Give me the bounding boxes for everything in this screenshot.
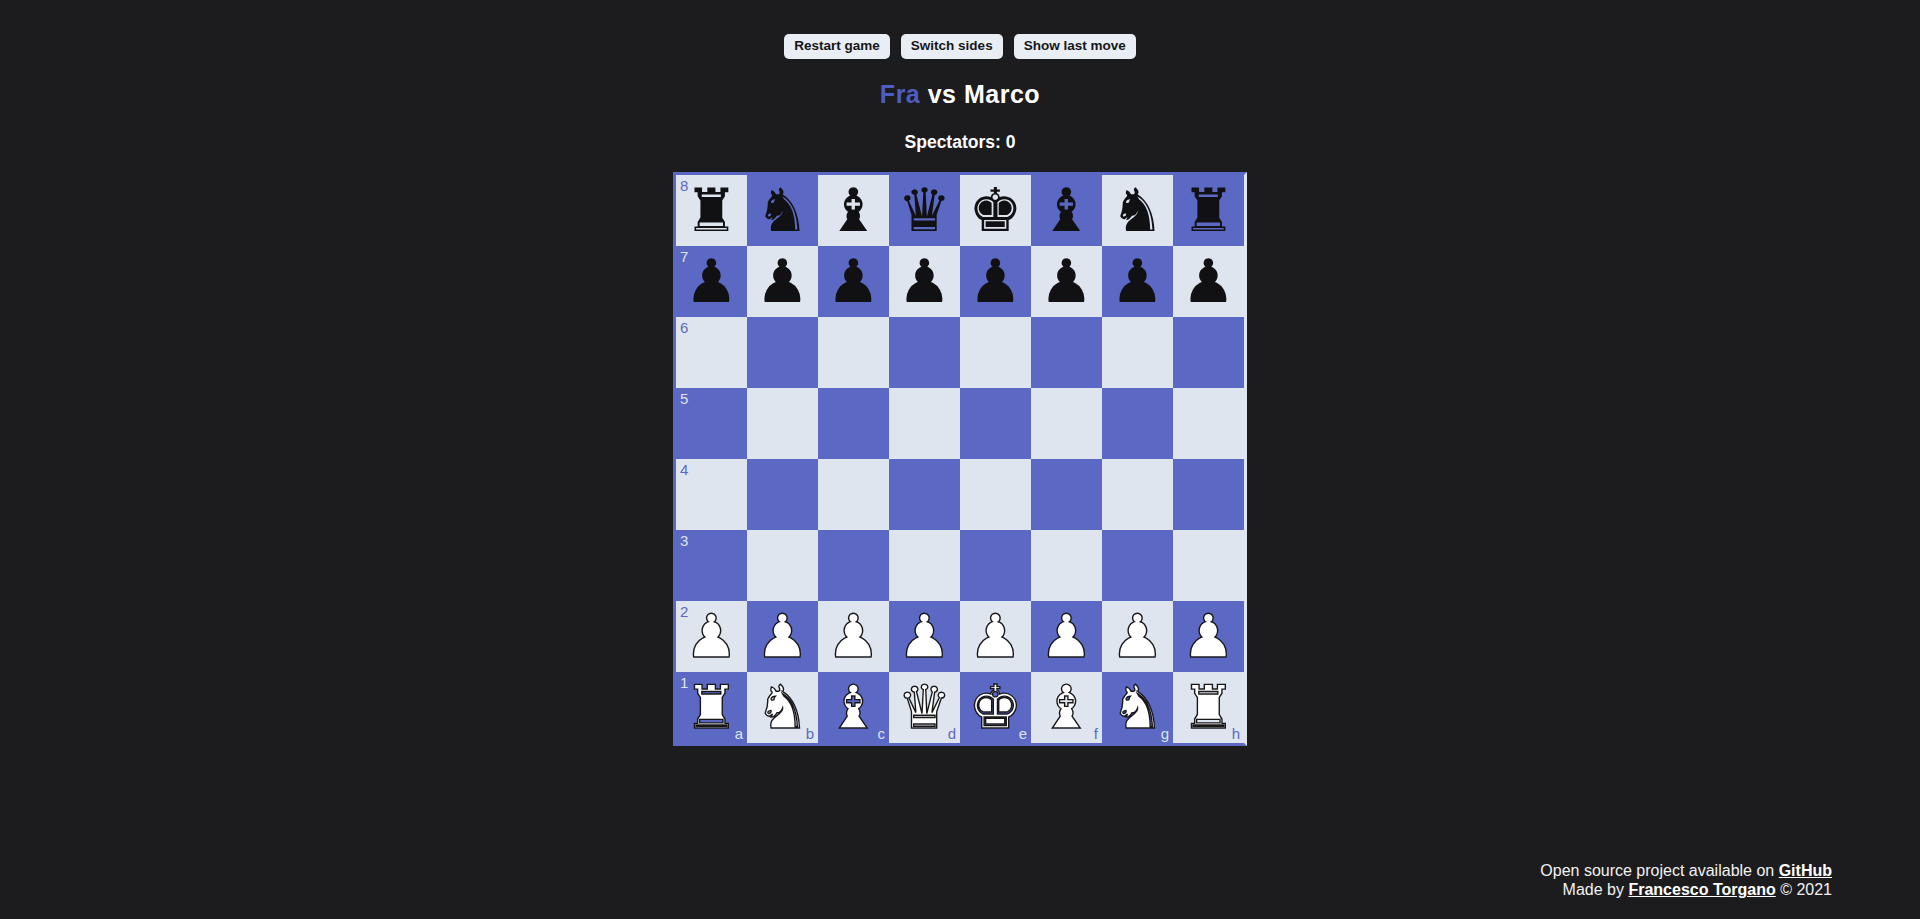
player1-name: Fra bbox=[880, 80, 920, 108]
square-h8[interactable]: ♜ bbox=[1173, 175, 1244, 246]
piece-white-bishop[interactable]: ♝ bbox=[1040, 677, 1094, 737]
game-title: Fra vs Marco bbox=[880, 80, 1040, 109]
square-d5[interactable] bbox=[889, 388, 960, 459]
piece-black-pawn[interactable]: ♟ bbox=[898, 251, 952, 311]
square-g6[interactable] bbox=[1102, 317, 1173, 388]
square-f4[interactable] bbox=[1031, 459, 1102, 530]
square-h6[interactable] bbox=[1173, 317, 1244, 388]
piece-black-rook[interactable]: ♜ bbox=[685, 180, 739, 240]
piece-white-pawn[interactable]: ♟ bbox=[1182, 606, 1236, 666]
square-h5[interactable] bbox=[1173, 388, 1244, 459]
footer-line-2: Made by Francesco Torgano © 2021 bbox=[1540, 880, 1832, 900]
spectators-label: Spectators: bbox=[905, 132, 1001, 152]
piece-black-rook[interactable]: ♜ bbox=[1182, 180, 1236, 240]
square-f3[interactable] bbox=[1031, 530, 1102, 601]
switch-sides-button[interactable]: Switch sides bbox=[901, 34, 1003, 59]
piece-white-pawn[interactable]: ♟ bbox=[969, 606, 1023, 666]
piece-black-king[interactable]: ♚ bbox=[969, 180, 1023, 240]
square-g5[interactable] bbox=[1102, 388, 1173, 459]
square-b8[interactable]: ♞ bbox=[747, 175, 818, 246]
rank-label-3: 3 bbox=[680, 533, 688, 548]
piece-black-pawn[interactable]: ♟ bbox=[685, 251, 739, 311]
square-g3[interactable] bbox=[1102, 530, 1173, 601]
rank-label-4: 4 bbox=[680, 462, 688, 477]
spectators-count: Spectators: 0 bbox=[905, 132, 1016, 153]
square-g1[interactable]: g♞ bbox=[1102, 672, 1173, 743]
square-g2[interactable]: ♟ bbox=[1102, 601, 1173, 672]
piece-white-king[interactable]: ♚ bbox=[969, 677, 1023, 737]
square-c2[interactable]: ♟ bbox=[818, 601, 889, 672]
piece-white-pawn[interactable]: ♟ bbox=[685, 606, 739, 666]
square-f7[interactable]: ♟ bbox=[1031, 246, 1102, 317]
square-b2[interactable]: ♟ bbox=[747, 601, 818, 672]
title-separator: vs bbox=[928, 80, 957, 108]
piece-white-pawn[interactable]: ♟ bbox=[1040, 606, 1094, 666]
piece-white-pawn[interactable]: ♟ bbox=[898, 606, 952, 666]
square-c6[interactable] bbox=[818, 317, 889, 388]
square-a4[interactable]: 4 bbox=[676, 459, 747, 530]
square-g7[interactable]: ♟ bbox=[1102, 246, 1173, 317]
square-d3[interactable] bbox=[889, 530, 960, 601]
square-f8[interactable]: ♝ bbox=[1031, 175, 1102, 246]
footer-line-1: Open source project available on GitHub bbox=[1540, 861, 1832, 881]
piece-white-rook[interactable]: ♜ bbox=[1182, 677, 1236, 737]
square-a8[interactable]: 8♜ bbox=[676, 175, 747, 246]
square-f6[interactable] bbox=[1031, 317, 1102, 388]
square-f2[interactable]: ♟ bbox=[1031, 601, 1102, 672]
square-a1[interactable]: 1a♜ bbox=[676, 672, 747, 743]
piece-black-bishop[interactable]: ♝ bbox=[827, 180, 881, 240]
piece-black-knight[interactable]: ♞ bbox=[756, 180, 810, 240]
square-c8[interactable]: ♝ bbox=[818, 175, 889, 246]
square-h2[interactable]: ♟ bbox=[1173, 601, 1244, 672]
piece-white-rook[interactable]: ♜ bbox=[685, 677, 739, 737]
square-e8[interactable]: ♚ bbox=[960, 175, 1031, 246]
square-d6[interactable] bbox=[889, 317, 960, 388]
square-a6[interactable]: 6 bbox=[676, 317, 747, 388]
square-h3[interactable] bbox=[1173, 530, 1244, 601]
github-link[interactable]: GitHub bbox=[1779, 862, 1832, 879]
square-a3[interactable]: 3 bbox=[676, 530, 747, 601]
square-c4[interactable] bbox=[818, 459, 889, 530]
square-f5[interactable] bbox=[1031, 388, 1102, 459]
piece-black-pawn[interactable]: ♟ bbox=[1040, 251, 1094, 311]
piece-white-knight[interactable]: ♞ bbox=[1111, 677, 1165, 737]
square-d7[interactable]: ♟ bbox=[889, 246, 960, 317]
square-f1[interactable]: f♝ bbox=[1031, 672, 1102, 743]
square-h7[interactable]: ♟ bbox=[1173, 246, 1244, 317]
player2-name: Marco bbox=[964, 80, 1040, 108]
square-a5[interactable]: 5 bbox=[676, 388, 747, 459]
footer-line2-text: Made by bbox=[1563, 881, 1629, 898]
piece-white-bishop[interactable]: ♝ bbox=[827, 677, 881, 737]
square-e1[interactable]: e♚ bbox=[960, 672, 1031, 743]
square-c1[interactable]: c♝ bbox=[818, 672, 889, 743]
square-d4[interactable] bbox=[889, 459, 960, 530]
square-e2[interactable]: ♟ bbox=[960, 601, 1031, 672]
piece-black-pawn[interactable]: ♟ bbox=[1111, 251, 1165, 311]
square-e5[interactable] bbox=[960, 388, 1031, 459]
square-e3[interactable] bbox=[960, 530, 1031, 601]
square-g8[interactable]: ♞ bbox=[1102, 175, 1173, 246]
square-b4[interactable] bbox=[747, 459, 818, 530]
piece-black-pawn[interactable]: ♟ bbox=[1182, 251, 1236, 311]
piece-white-pawn[interactable]: ♟ bbox=[756, 606, 810, 666]
square-c7[interactable]: ♟ bbox=[818, 246, 889, 317]
square-d2[interactable]: ♟ bbox=[889, 601, 960, 672]
file-label-f: f bbox=[1094, 726, 1098, 741]
square-a7[interactable]: 7♟ bbox=[676, 246, 747, 317]
spectators-number: 0 bbox=[1006, 132, 1016, 152]
restart-game-button[interactable]: Restart game bbox=[784, 34, 890, 59]
square-b3[interactable] bbox=[747, 530, 818, 601]
square-b5[interactable] bbox=[747, 388, 818, 459]
page: Restart game Switch sides Show last move… bbox=[0, 0, 1920, 919]
game-controls: Restart game Switch sides Show last move bbox=[784, 34, 1135, 59]
square-b6[interactable] bbox=[747, 317, 818, 388]
piece-white-queen[interactable]: ♛ bbox=[898, 677, 952, 737]
footer-line1-text: Open source project available on bbox=[1540, 862, 1778, 879]
square-c5[interactable] bbox=[818, 388, 889, 459]
author-link[interactable]: Francesco Torgano bbox=[1628, 881, 1775, 898]
show-last-move-button[interactable]: Show last move bbox=[1014, 34, 1136, 59]
footer-copyright: © 2021 bbox=[1776, 881, 1832, 898]
footer: Open source project available on GitHub … bbox=[1540, 861, 1832, 900]
square-e6[interactable] bbox=[960, 317, 1031, 388]
piece-black-pawn[interactable]: ♟ bbox=[756, 251, 810, 311]
square-a2[interactable]: 2♟ bbox=[676, 601, 747, 672]
square-h1[interactable]: h♜ bbox=[1173, 672, 1244, 743]
square-d8[interactable]: ♛ bbox=[889, 175, 960, 246]
piece-black-bishop[interactable]: ♝ bbox=[1040, 180, 1094, 240]
piece-black-pawn[interactable]: ♟ bbox=[827, 251, 881, 311]
square-e7[interactable]: ♟ bbox=[960, 246, 1031, 317]
square-g4[interactable] bbox=[1102, 459, 1173, 530]
piece-black-pawn[interactable]: ♟ bbox=[969, 251, 1023, 311]
piece-white-knight[interactable]: ♞ bbox=[756, 677, 810, 737]
square-b7[interactable]: ♟ bbox=[747, 246, 818, 317]
square-b1[interactable]: b♞ bbox=[747, 672, 818, 743]
piece-black-queen[interactable]: ♛ bbox=[898, 180, 952, 240]
rank-label-5: 5 bbox=[680, 391, 688, 406]
square-h4[interactable] bbox=[1173, 459, 1244, 530]
square-c3[interactable] bbox=[818, 530, 889, 601]
square-d1[interactable]: d♛ bbox=[889, 672, 960, 743]
piece-black-knight[interactable]: ♞ bbox=[1111, 180, 1165, 240]
chess-board: 8♜♞♝♛♚♝♞♜7♟♟♟♟♟♟♟♟65432♟♟♟♟♟♟♟♟1a♜b♞c♝d♛… bbox=[673, 172, 1247, 746]
square-e4[interactable] bbox=[960, 459, 1031, 530]
piece-white-pawn[interactable]: ♟ bbox=[827, 606, 881, 666]
rank-label-6: 6 bbox=[680, 320, 688, 335]
piece-white-pawn[interactable]: ♟ bbox=[1111, 606, 1165, 666]
